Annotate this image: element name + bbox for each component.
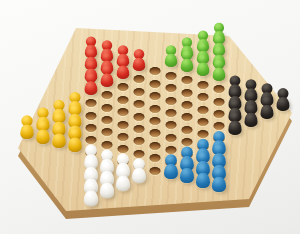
- board-hole[interactable]: [150, 92, 161, 100]
- board-hole[interactable]: [150, 117, 161, 125]
- board-hole[interactable]: [182, 138, 193, 146]
- board-hole[interactable]: [198, 118, 209, 126]
- board-hole[interactable]: [182, 113, 193, 121]
- peg-body: [36, 129, 49, 143]
- board-hole[interactable]: [134, 113, 145, 121]
- peg-body: [132, 167, 146, 182]
- board-hole[interactable]: [166, 121, 177, 129]
- board-hole[interactable]: [166, 109, 177, 117]
- board-hole[interactable]: [182, 89, 193, 97]
- board-hole[interactable]: [150, 67, 161, 75]
- peg-body: [213, 67, 226, 80]
- peg-body: [180, 168, 194, 183]
- board-hole[interactable]: [198, 106, 209, 114]
- peg-green[interactable]: [212, 59, 225, 81]
- board-hole[interactable]: [102, 91, 113, 99]
- peg-black[interactable]: [244, 103, 258, 126]
- board-hole[interactable]: [182, 101, 193, 109]
- board-hole[interactable]: [150, 80, 161, 88]
- peg-body: [212, 177, 226, 192]
- board-hole[interactable]: [150, 105, 161, 113]
- peg-red[interactable]: [116, 57, 129, 79]
- board-hole[interactable]: [134, 125, 145, 133]
- peg-body: [68, 138, 82, 153]
- peg-yellow[interactable]: [20, 115, 34, 139]
- board-hole[interactable]: [86, 124, 97, 132]
- board-hole[interactable]: [134, 150, 145, 158]
- peg-body: [260, 105, 273, 119]
- peg-body: [196, 173, 210, 188]
- board-hole[interactable]: [166, 97, 177, 105]
- board-hole[interactable]: [214, 85, 225, 93]
- board-hole[interactable]: [118, 108, 129, 116]
- peg-body: [85, 81, 98, 95]
- peg-green[interactable]: [180, 50, 193, 72]
- peg-body: [133, 58, 145, 71]
- peg-body: [116, 175, 130, 190]
- peg-body: [101, 73, 114, 87]
- board-hole[interactable]: [214, 98, 225, 106]
- board-hole[interactable]: [118, 83, 129, 91]
- peg-red[interactable]: [100, 65, 114, 87]
- board-hole[interactable]: [166, 84, 177, 92]
- board-hole[interactable]: [150, 167, 161, 175]
- board-hole[interactable]: [182, 76, 193, 84]
- board-hole[interactable]: [134, 88, 145, 96]
- board-hole[interactable]: [102, 104, 113, 112]
- board-hole[interactable]: [86, 99, 97, 107]
- peg-body: [52, 133, 65, 148]
- peg-body: [228, 120, 241, 134]
- peg-body: [277, 97, 290, 111]
- peg-green[interactable]: [196, 54, 209, 76]
- peg-blue[interactable]: [195, 163, 210, 188]
- board-hole[interactable]: [102, 128, 113, 136]
- board-hole[interactable]: [134, 100, 145, 108]
- board-hole[interactable]: [102, 141, 113, 149]
- board-hole[interactable]: [118, 145, 129, 153]
- board-hole[interactable]: [86, 136, 97, 144]
- peg-black[interactable]: [276, 88, 290, 111]
- peg-body: [20, 125, 33, 139]
- peg-body: [181, 59, 193, 72]
- peg-white[interactable]: [131, 158, 146, 183]
- peg-red[interactable]: [132, 49, 145, 71]
- peg-blue[interactable]: [179, 159, 194, 184]
- board-hole[interactable]: [198, 93, 209, 101]
- board-hole[interactable]: [166, 134, 177, 142]
- peg-body: [165, 54, 177, 67]
- peg-body: [100, 183, 114, 198]
- peg-yellow[interactable]: [52, 124, 67, 148]
- chinese-checkers-board-photo: [0, 0, 300, 234]
- peg-black[interactable]: [228, 111, 242, 135]
- board-hole[interactable]: [182, 126, 193, 134]
- board-hole[interactable]: [150, 154, 161, 162]
- peg-yellow[interactable]: [36, 120, 50, 144]
- board-hole[interactable]: [118, 133, 129, 141]
- board-hole[interactable]: [86, 112, 97, 120]
- peg-white[interactable]: [115, 166, 130, 191]
- board-hole[interactable]: [134, 75, 145, 83]
- peg-white[interactable]: [99, 173, 114, 198]
- board-hole[interactable]: [102, 116, 113, 124]
- board-hole[interactable]: [198, 130, 209, 138]
- board-hole[interactable]: [150, 142, 161, 150]
- peg-yellow[interactable]: [68, 128, 83, 152]
- board-hole[interactable]: [214, 122, 225, 130]
- board-hole[interactable]: [118, 96, 129, 104]
- board-hole[interactable]: [166, 72, 177, 80]
- peg-body: [84, 191, 98, 206]
- peg-blue[interactable]: [211, 167, 226, 192]
- peg-green[interactable]: [164, 46, 177, 68]
- peg-blue[interactable]: [163, 154, 178, 179]
- peg-body: [164, 164, 178, 179]
- peg-body: [117, 65, 130, 78]
- board-hole[interactable]: [166, 146, 177, 154]
- peg-body: [197, 63, 209, 76]
- board-hole[interactable]: [118, 121, 129, 129]
- board-hole[interactable]: [198, 81, 209, 89]
- board-hole[interactable]: [214, 110, 225, 118]
- board-hole[interactable]: [150, 129, 161, 137]
- peg-white[interactable]: [83, 181, 98, 206]
- peg-body: [244, 113, 257, 127]
- peg-black[interactable]: [260, 96, 274, 119]
- peg-red[interactable]: [84, 72, 98, 95]
- board-hole[interactable]: [134, 137, 145, 145]
